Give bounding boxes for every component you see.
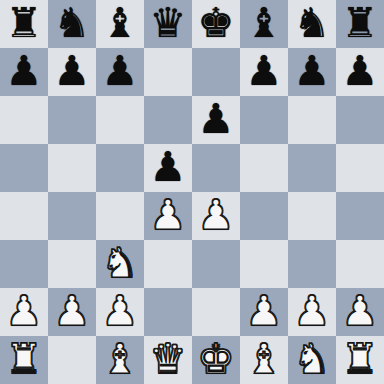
square-g2[interactable]: ♟	[288, 288, 336, 336]
square-c2[interactable]: ♟	[96, 288, 144, 336]
square-e1[interactable]: ♚	[192, 336, 240, 384]
square-f7[interactable]: ♟	[240, 48, 288, 96]
square-h1[interactable]: ♜	[336, 336, 384, 384]
piece-black-pawn[interactable]: ♟	[102, 48, 139, 95]
square-e5[interactable]	[192, 144, 240, 192]
piece-white-pawn[interactable]: ♟	[150, 192, 187, 239]
square-d4[interactable]: ♟	[144, 192, 192, 240]
piece-white-rook[interactable]: ♜	[6, 336, 43, 383]
piece-white-pawn[interactable]: ♟	[102, 288, 139, 335]
piece-white-knight[interactable]: ♞	[294, 336, 331, 383]
square-c6[interactable]	[96, 96, 144, 144]
piece-black-king[interactable]: ♚	[198, 0, 235, 47]
square-f1[interactable]: ♝	[240, 336, 288, 384]
piece-white-king[interactable]: ♚	[198, 336, 235, 383]
square-c8[interactable]: ♝	[96, 0, 144, 48]
piece-white-pawn[interactable]: ♟	[6, 288, 43, 335]
square-b3[interactable]	[48, 240, 96, 288]
square-f3[interactable]	[240, 240, 288, 288]
square-h8[interactable]: ♜	[336, 0, 384, 48]
square-g3[interactable]	[288, 240, 336, 288]
square-h2[interactable]: ♟	[336, 288, 384, 336]
square-b5[interactable]	[48, 144, 96, 192]
piece-white-queen[interactable]: ♛	[150, 336, 187, 383]
square-a6[interactable]	[0, 96, 48, 144]
square-e6[interactable]: ♟	[192, 96, 240, 144]
square-d7[interactable]	[144, 48, 192, 96]
square-f5[interactable]	[240, 144, 288, 192]
square-h3[interactable]	[336, 240, 384, 288]
square-b6[interactable]	[48, 96, 96, 144]
square-a4[interactable]	[0, 192, 48, 240]
square-h5[interactable]	[336, 144, 384, 192]
square-e7[interactable]	[192, 48, 240, 96]
square-d1[interactable]: ♛	[144, 336, 192, 384]
square-d5[interactable]: ♟	[144, 144, 192, 192]
square-c4[interactable]	[96, 192, 144, 240]
piece-black-rook[interactable]: ♜	[6, 0, 43, 47]
piece-white-knight[interactable]: ♞	[102, 240, 139, 287]
square-e3[interactable]	[192, 240, 240, 288]
piece-white-bishop[interactable]: ♝	[102, 336, 139, 383]
piece-black-bishop[interactable]: ♝	[102, 0, 139, 47]
square-a2[interactable]: ♟	[0, 288, 48, 336]
square-c1[interactable]: ♝	[96, 336, 144, 384]
piece-white-pawn[interactable]: ♟	[342, 288, 379, 335]
piece-black-pawn[interactable]: ♟	[150, 144, 187, 191]
square-d8[interactable]: ♛	[144, 0, 192, 48]
square-g4[interactable]	[288, 192, 336, 240]
piece-black-pawn[interactable]: ♟	[54, 48, 91, 95]
piece-black-pawn[interactable]: ♟	[246, 48, 283, 95]
square-h4[interactable]	[336, 192, 384, 240]
piece-black-pawn[interactable]: ♟	[198, 96, 235, 143]
square-f6[interactable]	[240, 96, 288, 144]
square-a5[interactable]	[0, 144, 48, 192]
square-d3[interactable]	[144, 240, 192, 288]
square-b2[interactable]: ♟	[48, 288, 96, 336]
square-a7[interactable]: ♟	[0, 48, 48, 96]
piece-black-pawn[interactable]: ♟	[342, 48, 379, 95]
square-f8[interactable]: ♝	[240, 0, 288, 48]
square-b7[interactable]: ♟	[48, 48, 96, 96]
piece-white-pawn[interactable]: ♟	[198, 192, 235, 239]
square-b1[interactable]	[48, 336, 96, 384]
square-a8[interactable]: ♜	[0, 0, 48, 48]
piece-black-knight[interactable]: ♞	[54, 0, 91, 47]
square-g5[interactable]	[288, 144, 336, 192]
square-f2[interactable]: ♟	[240, 288, 288, 336]
square-d2[interactable]	[144, 288, 192, 336]
square-g7[interactable]: ♟	[288, 48, 336, 96]
piece-white-pawn[interactable]: ♟	[246, 288, 283, 335]
square-b4[interactable]	[48, 192, 96, 240]
piece-white-bishop[interactable]: ♝	[246, 336, 283, 383]
square-e2[interactable]	[192, 288, 240, 336]
square-g1[interactable]: ♞	[288, 336, 336, 384]
piece-white-pawn[interactable]: ♟	[54, 288, 91, 335]
square-g8[interactable]: ♞	[288, 0, 336, 48]
square-b8[interactable]: ♞	[48, 0, 96, 48]
piece-black-pawn[interactable]: ♟	[6, 48, 43, 95]
square-h6[interactable]	[336, 96, 384, 144]
square-h7[interactable]: ♟	[336, 48, 384, 96]
square-c3[interactable]: ♞	[96, 240, 144, 288]
square-c7[interactable]: ♟	[96, 48, 144, 96]
piece-black-queen[interactable]: ♛	[150, 0, 187, 47]
piece-black-bishop[interactable]: ♝	[246, 0, 283, 47]
square-e4[interactable]: ♟	[192, 192, 240, 240]
chess-board: ♜♞♝♛♚♝♞♜♟♟♟♟♟♟♟♟♟♟♞♟♟♟♟♟♟♜♝♛♚♝♞♜	[0, 0, 384, 384]
piece-black-knight[interactable]: ♞	[294, 0, 331, 47]
square-e8[interactable]: ♚	[192, 0, 240, 48]
piece-black-rook[interactable]: ♜	[342, 0, 379, 47]
square-a1[interactable]: ♜	[0, 336, 48, 384]
square-a3[interactable]	[0, 240, 48, 288]
square-g6[interactable]	[288, 96, 336, 144]
square-d6[interactable]	[144, 96, 192, 144]
square-c5[interactable]	[96, 144, 144, 192]
piece-black-pawn[interactable]: ♟	[294, 48, 331, 95]
piece-white-pawn[interactable]: ♟	[294, 288, 331, 335]
piece-white-rook[interactable]: ♜	[342, 336, 379, 383]
square-f4[interactable]	[240, 192, 288, 240]
